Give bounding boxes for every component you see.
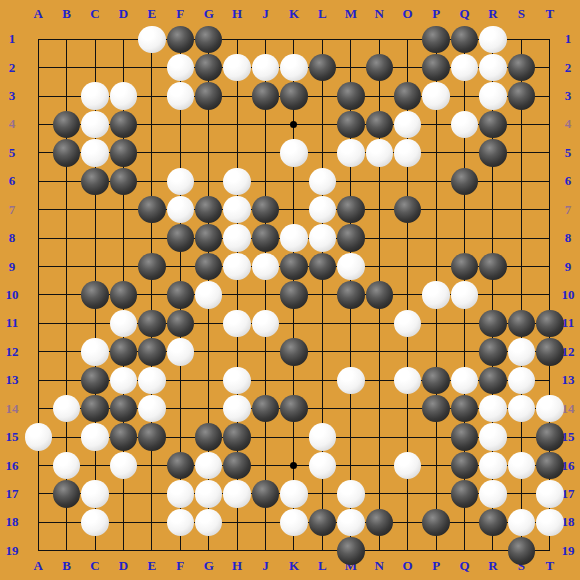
point-G18[interactable] [195,508,223,536]
point-E12[interactable] [138,338,166,366]
point-A17[interactable] [24,480,52,508]
point-O1[interactable] [393,25,421,53]
point-R15[interactable] [479,423,507,451]
point-E19[interactable] [138,537,166,565]
point-H1[interactable] [223,25,251,53]
point-O19[interactable] [393,537,421,565]
point-O17[interactable] [393,480,421,508]
point-B19[interactable] [52,537,80,565]
point-M18[interactable] [337,508,365,536]
point-E14[interactable] [138,394,166,422]
point-R1[interactable] [479,25,507,53]
point-P1[interactable] [422,25,450,53]
point-S18[interactable] [507,508,535,536]
point-N2[interactable] [365,53,393,81]
point-M1[interactable] [337,25,365,53]
point-B7[interactable] [52,196,80,224]
point-F15[interactable] [166,423,194,451]
point-Q2[interactable] [450,53,478,81]
point-F6[interactable] [166,167,194,195]
point-F4[interactable] [166,110,194,138]
point-F19[interactable] [166,537,194,565]
point-P10[interactable] [422,281,450,309]
point-A4[interactable] [24,110,52,138]
point-D2[interactable] [109,53,137,81]
point-T11[interactable] [536,309,564,337]
point-T8[interactable] [536,224,564,252]
point-G6[interactable] [195,167,223,195]
point-B18[interactable] [52,508,80,536]
point-B17[interactable] [52,480,80,508]
point-H12[interactable] [223,338,251,366]
point-D7[interactable] [109,196,137,224]
point-C6[interactable] [81,167,109,195]
point-K15[interactable] [280,423,308,451]
point-P18[interactable] [422,508,450,536]
point-G7[interactable] [195,196,223,224]
point-K19[interactable] [280,537,308,565]
point-A13[interactable] [24,366,52,394]
point-C5[interactable] [81,139,109,167]
point-R19[interactable] [479,537,507,565]
point-G16[interactable] [195,451,223,479]
point-M16[interactable] [337,451,365,479]
point-H9[interactable] [223,252,251,280]
point-C2[interactable] [81,53,109,81]
point-O2[interactable] [393,53,421,81]
point-S17[interactable] [507,480,535,508]
point-P6[interactable] [422,167,450,195]
point-L3[interactable] [308,82,336,110]
point-N6[interactable] [365,167,393,195]
point-K5[interactable] [280,139,308,167]
point-N12[interactable] [365,338,393,366]
point-H4[interactable] [223,110,251,138]
point-D10[interactable] [109,281,137,309]
point-Q10[interactable] [450,281,478,309]
point-S12[interactable] [507,338,535,366]
point-T19[interactable] [536,537,564,565]
point-K18[interactable] [280,508,308,536]
point-K11[interactable] [280,309,308,337]
point-D6[interactable] [109,167,137,195]
point-H8[interactable] [223,224,251,252]
point-K1[interactable] [280,25,308,53]
point-M2[interactable] [337,53,365,81]
point-Q11[interactable] [450,309,478,337]
point-Q16[interactable] [450,451,478,479]
point-H16[interactable] [223,451,251,479]
point-E5[interactable] [138,139,166,167]
point-M4[interactable] [337,110,365,138]
point-N9[interactable] [365,252,393,280]
point-P2[interactable] [422,53,450,81]
point-M5[interactable] [337,139,365,167]
point-E11[interactable] [138,309,166,337]
point-G11[interactable] [195,309,223,337]
point-R16[interactable] [479,451,507,479]
point-L14[interactable] [308,394,336,422]
point-T4[interactable] [536,110,564,138]
point-P17[interactable] [422,480,450,508]
point-N4[interactable] [365,110,393,138]
point-D17[interactable] [109,480,137,508]
point-O4[interactable] [393,110,421,138]
point-L4[interactable] [308,110,336,138]
point-L11[interactable] [308,309,336,337]
point-K3[interactable] [280,82,308,110]
point-D14[interactable] [109,394,137,422]
point-R8[interactable] [479,224,507,252]
point-C7[interactable] [81,196,109,224]
point-L2[interactable] [308,53,336,81]
point-G9[interactable] [195,252,223,280]
point-R9[interactable] [479,252,507,280]
point-D1[interactable] [109,25,137,53]
point-T16[interactable] [536,451,564,479]
point-A12[interactable] [24,338,52,366]
point-M6[interactable] [337,167,365,195]
point-O15[interactable] [393,423,421,451]
point-M9[interactable] [337,252,365,280]
point-G8[interactable] [195,224,223,252]
point-M17[interactable] [337,480,365,508]
point-A6[interactable] [24,167,52,195]
point-M11[interactable] [337,309,365,337]
point-R7[interactable] [479,196,507,224]
point-C13[interactable] [81,366,109,394]
point-L10[interactable] [308,281,336,309]
point-K6[interactable] [280,167,308,195]
point-D8[interactable] [109,224,137,252]
point-Q5[interactable] [450,139,478,167]
point-A19[interactable] [24,537,52,565]
point-T13[interactable] [536,366,564,394]
point-E4[interactable] [138,110,166,138]
point-H17[interactable] [223,480,251,508]
point-G17[interactable] [195,480,223,508]
point-S5[interactable] [507,139,535,167]
point-R6[interactable] [479,167,507,195]
point-T2[interactable] [536,53,564,81]
point-T5[interactable] [536,139,564,167]
point-L18[interactable] [308,508,336,536]
point-P8[interactable] [422,224,450,252]
point-E3[interactable] [138,82,166,110]
point-T10[interactable] [536,281,564,309]
point-P14[interactable] [422,394,450,422]
point-J2[interactable] [251,53,279,81]
point-P3[interactable] [422,82,450,110]
point-R17[interactable] [479,480,507,508]
point-N7[interactable] [365,196,393,224]
point-L16[interactable] [308,451,336,479]
point-L15[interactable] [308,423,336,451]
point-L12[interactable] [308,338,336,366]
point-E2[interactable] [138,53,166,81]
point-P15[interactable] [422,423,450,451]
point-E17[interactable] [138,480,166,508]
point-H2[interactable] [223,53,251,81]
point-H14[interactable] [223,394,251,422]
point-P7[interactable] [422,196,450,224]
point-P12[interactable] [422,338,450,366]
point-B16[interactable] [52,451,80,479]
point-B2[interactable] [52,53,80,81]
point-F11[interactable] [166,309,194,337]
point-P13[interactable] [422,366,450,394]
point-F5[interactable] [166,139,194,167]
point-C9[interactable] [81,252,109,280]
point-K10[interactable] [280,281,308,309]
point-T7[interactable] [536,196,564,224]
point-H5[interactable] [223,139,251,167]
point-B9[interactable] [52,252,80,280]
point-D13[interactable] [109,366,137,394]
point-D3[interactable] [109,82,137,110]
point-Q4[interactable] [450,110,478,138]
point-C19[interactable] [81,537,109,565]
point-F8[interactable] [166,224,194,252]
point-G5[interactable] [195,139,223,167]
point-E13[interactable] [138,366,166,394]
point-R18[interactable] [479,508,507,536]
point-D12[interactable] [109,338,137,366]
point-S13[interactable] [507,366,535,394]
point-O10[interactable] [393,281,421,309]
point-L1[interactable] [308,25,336,53]
point-R14[interactable] [479,394,507,422]
point-J18[interactable] [251,508,279,536]
point-A11[interactable] [24,309,52,337]
point-S19[interactable] [507,537,535,565]
point-B10[interactable] [52,281,80,309]
point-R13[interactable] [479,366,507,394]
point-A7[interactable] [24,196,52,224]
point-K16[interactable] [280,451,308,479]
point-K8[interactable] [280,224,308,252]
point-D11[interactable] [109,309,137,337]
point-G19[interactable] [195,537,223,565]
point-K4[interactable] [280,110,308,138]
point-Q13[interactable] [450,366,478,394]
point-D5[interactable] [109,139,137,167]
point-N10[interactable] [365,281,393,309]
point-A2[interactable] [24,53,52,81]
point-O3[interactable] [393,82,421,110]
point-A16[interactable] [24,451,52,479]
point-Q6[interactable] [450,167,478,195]
point-T3[interactable] [536,82,564,110]
point-L13[interactable] [308,366,336,394]
point-F12[interactable] [166,338,194,366]
point-N15[interactable] [365,423,393,451]
point-A14[interactable] [24,394,52,422]
point-K2[interactable] [280,53,308,81]
point-G4[interactable] [195,110,223,138]
point-L6[interactable] [308,167,336,195]
point-E18[interactable] [138,508,166,536]
point-E15[interactable] [138,423,166,451]
point-P4[interactable] [422,110,450,138]
point-D4[interactable] [109,110,137,138]
point-L7[interactable] [308,196,336,224]
point-E9[interactable] [138,252,166,280]
point-P16[interactable] [422,451,450,479]
point-Q15[interactable] [450,423,478,451]
point-O14[interactable] [393,394,421,422]
point-O9[interactable] [393,252,421,280]
point-H15[interactable] [223,423,251,451]
point-J10[interactable] [251,281,279,309]
point-S15[interactable] [507,423,535,451]
point-T17[interactable] [536,480,564,508]
point-A10[interactable] [24,281,52,309]
point-N13[interactable] [365,366,393,394]
point-E1[interactable] [138,25,166,53]
point-M14[interactable] [337,394,365,422]
point-Q14[interactable] [450,394,478,422]
point-D18[interactable] [109,508,137,536]
point-R2[interactable] [479,53,507,81]
point-H10[interactable] [223,281,251,309]
point-T1[interactable] [536,25,564,53]
point-R3[interactable] [479,82,507,110]
point-B4[interactable] [52,110,80,138]
point-A3[interactable] [24,82,52,110]
point-R5[interactable] [479,139,507,167]
point-N14[interactable] [365,394,393,422]
point-G10[interactable] [195,281,223,309]
point-O8[interactable] [393,224,421,252]
point-S2[interactable] [507,53,535,81]
point-S6[interactable] [507,167,535,195]
point-P11[interactable] [422,309,450,337]
point-O5[interactable] [393,139,421,167]
point-T6[interactable] [536,167,564,195]
point-F14[interactable] [166,394,194,422]
point-N5[interactable] [365,139,393,167]
point-R10[interactable] [479,281,507,309]
point-P5[interactable] [422,139,450,167]
point-K12[interactable] [280,338,308,366]
point-G2[interactable] [195,53,223,81]
point-K14[interactable] [280,394,308,422]
point-J7[interactable] [251,196,279,224]
point-Q18[interactable] [450,508,478,536]
point-B13[interactable] [52,366,80,394]
point-P9[interactable] [422,252,450,280]
point-N16[interactable] [365,451,393,479]
point-J3[interactable] [251,82,279,110]
point-B8[interactable] [52,224,80,252]
point-Q3[interactable] [450,82,478,110]
point-E7[interactable] [138,196,166,224]
point-T18[interactable] [536,508,564,536]
point-A18[interactable] [24,508,52,536]
point-C4[interactable] [81,110,109,138]
point-B14[interactable] [52,394,80,422]
point-H18[interactable] [223,508,251,536]
point-F3[interactable] [166,82,194,110]
point-J11[interactable] [251,309,279,337]
point-F2[interactable] [166,53,194,81]
point-K9[interactable] [280,252,308,280]
point-C16[interactable] [81,451,109,479]
point-J9[interactable] [251,252,279,280]
point-J12[interactable] [251,338,279,366]
point-L19[interactable] [308,537,336,565]
point-G15[interactable] [195,423,223,451]
point-S9[interactable] [507,252,535,280]
point-Q1[interactable] [450,25,478,53]
point-J19[interactable] [251,537,279,565]
point-O16[interactable] [393,451,421,479]
point-G13[interactable] [195,366,223,394]
point-P19[interactable] [422,537,450,565]
point-D19[interactable] [109,537,137,565]
point-S14[interactable] [507,394,535,422]
point-O18[interactable] [393,508,421,536]
point-G14[interactable] [195,394,223,422]
point-D16[interactable] [109,451,137,479]
point-M8[interactable] [337,224,365,252]
point-C12[interactable] [81,338,109,366]
point-J13[interactable] [251,366,279,394]
point-C11[interactable] [81,309,109,337]
point-C14[interactable] [81,394,109,422]
point-C8[interactable] [81,224,109,252]
point-C18[interactable] [81,508,109,536]
point-T12[interactable] [536,338,564,366]
point-M3[interactable] [337,82,365,110]
point-H13[interactable] [223,366,251,394]
point-Q17[interactable] [450,480,478,508]
point-B5[interactable] [52,139,80,167]
point-H19[interactable] [223,537,251,565]
point-N1[interactable] [365,25,393,53]
point-E16[interactable] [138,451,166,479]
point-S1[interactable] [507,25,535,53]
point-H6[interactable] [223,167,251,195]
point-O11[interactable] [393,309,421,337]
point-S8[interactable] [507,224,535,252]
point-K17[interactable] [280,480,308,508]
point-G1[interactable] [195,25,223,53]
point-F17[interactable] [166,480,194,508]
point-L5[interactable] [308,139,336,167]
point-T9[interactable] [536,252,564,280]
point-J5[interactable] [251,139,279,167]
point-M12[interactable] [337,338,365,366]
point-F18[interactable] [166,508,194,536]
point-F7[interactable] [166,196,194,224]
point-J15[interactable] [251,423,279,451]
point-E8[interactable] [138,224,166,252]
point-C10[interactable] [81,281,109,309]
point-H11[interactable] [223,309,251,337]
point-G12[interactable] [195,338,223,366]
point-K13[interactable] [280,366,308,394]
point-M19[interactable] [337,537,365,565]
point-B12[interactable] [52,338,80,366]
point-Q12[interactable] [450,338,478,366]
point-T14[interactable] [536,394,564,422]
point-N11[interactable] [365,309,393,337]
point-F1[interactable] [166,25,194,53]
point-S4[interactable] [507,110,535,138]
point-Q19[interactable] [450,537,478,565]
